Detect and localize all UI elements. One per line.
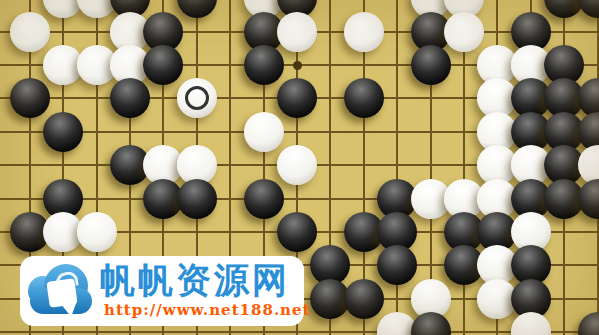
watermark-site-name: 帆帆资源网 (100, 261, 300, 299)
go-stone-black[interactable] (10, 78, 50, 118)
go-stone-black[interactable] (277, 212, 317, 252)
go-stone-black[interactable] (277, 78, 317, 118)
go-game-screenshot: 帆帆资源网 http://www.net188.net (0, 0, 599, 335)
go-stone-black[interactable] (578, 312, 599, 335)
go-stone-white[interactable] (277, 12, 317, 52)
go-stone-black[interactable] (43, 112, 83, 152)
go-stone-white[interactable] (10, 12, 50, 52)
cloud-shopping-bag-logo-icon (26, 258, 98, 324)
last-move-circle-marker (185, 86, 209, 110)
go-stone-black[interactable] (344, 78, 384, 118)
go-stone-black[interactable] (244, 179, 284, 219)
go-stone-black[interactable] (578, 0, 599, 18)
star-point (293, 61, 302, 70)
go-stone-black[interactable] (344, 279, 384, 319)
go-stone-black[interactable] (143, 45, 183, 85)
go-stone-white[interactable] (444, 12, 484, 52)
go-stone-black[interactable] (177, 0, 217, 18)
watermark-badge: 帆帆资源网 http://www.net188.net (20, 256, 304, 326)
go-stone-white[interactable] (177, 78, 217, 118)
go-stone-white[interactable] (277, 145, 317, 185)
go-stone-white[interactable] (77, 212, 117, 252)
go-stone-white[interactable] (511, 312, 551, 335)
watermark-url: http://www.net188.net (104, 301, 311, 319)
go-stone-black[interactable] (244, 45, 284, 85)
go-stone-white[interactable] (344, 12, 384, 52)
go-stone-black[interactable] (177, 179, 217, 219)
go-stone-black[interactable] (578, 179, 599, 219)
go-stone-white[interactable] (244, 112, 284, 152)
go-stone-black[interactable] (110, 78, 150, 118)
board-gridline (0, 331, 599, 333)
go-stone-black[interactable] (411, 45, 451, 85)
go-stone-black[interactable] (377, 245, 417, 285)
go-stone-black[interactable] (411, 312, 451, 335)
